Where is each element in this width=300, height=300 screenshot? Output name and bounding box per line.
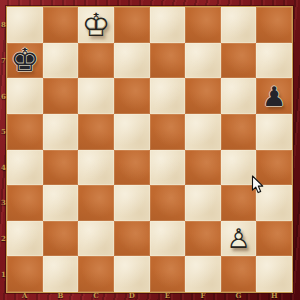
square-g5[interactable] (221, 114, 257, 150)
square-g6[interactable] (221, 78, 257, 114)
file-label-f: F (197, 292, 209, 300)
square-d7[interactable] (114, 43, 150, 79)
white-pawn[interactable]: ♟♙ (221, 221, 257, 257)
square-f5[interactable] (185, 114, 221, 150)
square-a5[interactable] (7, 114, 43, 150)
square-b4[interactable] (43, 150, 79, 186)
rank-label-7: 7 (0, 57, 7, 64)
square-h8[interactable] (256, 7, 292, 43)
square-e2[interactable] (150, 221, 186, 257)
square-d2[interactable] (114, 221, 150, 257)
square-e8[interactable] (150, 7, 186, 43)
square-c6[interactable] (78, 78, 114, 114)
square-f3[interactable] (185, 185, 221, 221)
file-label-a: A (19, 292, 31, 300)
rank-label-8: 8 (0, 21, 7, 28)
black-king[interactable]: ♚ (7, 43, 43, 79)
square-b3[interactable] (43, 185, 79, 221)
file-label-c: C (90, 292, 102, 300)
square-a8[interactable] (7, 7, 43, 43)
square-g1[interactable] (221, 256, 257, 292)
square-h6[interactable]: ♟ (256, 78, 292, 114)
square-e5[interactable] (150, 114, 186, 150)
square-f2[interactable] (185, 221, 221, 257)
square-c5[interactable] (78, 114, 114, 150)
square-e7[interactable] (150, 43, 186, 79)
square-b8[interactable] (43, 7, 79, 43)
square-f7[interactable] (185, 43, 221, 79)
square-c7[interactable] (78, 43, 114, 79)
file-label-d: D (126, 292, 138, 300)
mouse-cursor-icon (251, 175, 264, 195)
square-d6[interactable] (114, 78, 150, 114)
black-pawn-glyph: ♟ (256, 78, 292, 114)
square-d5[interactable] (114, 114, 150, 150)
square-c3[interactable] (78, 185, 114, 221)
square-h1[interactable] (256, 256, 292, 292)
file-label-b: B (54, 292, 66, 300)
square-d3[interactable] (114, 185, 150, 221)
square-e3[interactable] (150, 185, 186, 221)
square-f1[interactable] (185, 256, 221, 292)
square-g7[interactable] (221, 43, 257, 79)
square-e1[interactable] (150, 256, 186, 292)
square-b1[interactable] (43, 256, 79, 292)
white-pawn-outline: ♙ (221, 221, 257, 257)
square-h2[interactable] (256, 221, 292, 257)
square-a7[interactable]: ♚ (7, 43, 43, 79)
square-e6[interactable] (150, 78, 186, 114)
white-king[interactable]: ♚♔ (78, 7, 114, 43)
square-c4[interactable] (78, 150, 114, 186)
rank-label-3: 3 (0, 199, 7, 206)
black-pawn[interactable]: ♟ (256, 78, 292, 114)
square-c1[interactable] (78, 256, 114, 292)
square-f4[interactable] (185, 150, 221, 186)
black-king-glyph: ♚ (7, 43, 43, 79)
rank-label-1: 1 (0, 271, 7, 278)
square-h5[interactable] (256, 114, 292, 150)
square-b7[interactable] (43, 43, 79, 79)
square-a3[interactable] (7, 185, 43, 221)
square-d4[interactable] (114, 150, 150, 186)
square-e4[interactable] (150, 150, 186, 186)
file-label-g: G (233, 292, 245, 300)
square-d8[interactable] (114, 7, 150, 43)
square-c8[interactable]: ♚♔ (78, 7, 114, 43)
file-label-h: H (268, 292, 280, 300)
square-b5[interactable] (43, 114, 79, 150)
rank-label-2: 2 (0, 235, 7, 242)
rank-label-5: 5 (0, 128, 7, 135)
square-f8[interactable] (185, 7, 221, 43)
square-d1[interactable] (114, 256, 150, 292)
square-a4[interactable] (7, 150, 43, 186)
square-g2[interactable]: ♟♙ (221, 221, 257, 257)
square-c2[interactable] (78, 221, 114, 257)
white-king-outline: ♔ (78, 7, 114, 43)
square-b2[interactable] (43, 221, 79, 257)
square-a2[interactable] (7, 221, 43, 257)
square-b6[interactable] (43, 78, 79, 114)
chess-board: ♚♔♚♟♟♙ (7, 7, 292, 292)
chess-board-frame: ♚♔♚♟♟♙ 87654321ABCDEFGH (0, 0, 300, 300)
square-f6[interactable] (185, 78, 221, 114)
square-a6[interactable] (7, 78, 43, 114)
rank-label-6: 6 (0, 93, 7, 100)
square-h7[interactable] (256, 43, 292, 79)
file-label-e: E (161, 292, 173, 300)
square-g8[interactable] (221, 7, 257, 43)
square-a1[interactable] (7, 256, 43, 292)
rank-label-4: 4 (0, 164, 7, 171)
